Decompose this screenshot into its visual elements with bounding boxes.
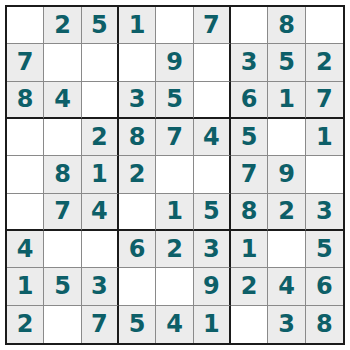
- sudoku-cell-r8c7: 2: [231, 268, 268, 305]
- sudoku-cell-r3c2: 4: [44, 82, 81, 119]
- sudoku-cell-r2c9: 2: [306, 44, 343, 81]
- sudoku-cell-r3c1: 8: [7, 82, 44, 119]
- sudoku-cell-r6c2: 7: [44, 194, 81, 231]
- sudoku-cell-r1c1[interactable]: [7, 7, 44, 44]
- sudoku-cell-r9c7[interactable]: [231, 306, 268, 343]
- sudoku-cell-r4c7: 5: [231, 119, 268, 156]
- sudoku-cell-r6c1[interactable]: [7, 194, 44, 231]
- sudoku-cell-r3c3[interactable]: [82, 82, 119, 119]
- sudoku-cell-r2c4[interactable]: [119, 44, 156, 81]
- sudoku-cell-r9c9: 8: [306, 306, 343, 343]
- sudoku-cell-r5c1[interactable]: [7, 156, 44, 193]
- sudoku-board: 2517879352843561728745181279741582346231…: [5, 5, 345, 345]
- sudoku-cell-r7c4: 6: [119, 231, 156, 268]
- sudoku-cell-r6c8: 2: [268, 194, 305, 231]
- sudoku-cell-r5c4: 2: [119, 156, 156, 193]
- sudoku-cell-r7c9: 5: [306, 231, 343, 268]
- sudoku-cell-r2c5: 9: [156, 44, 193, 81]
- sudoku-cell-r9c2[interactable]: [44, 306, 81, 343]
- sudoku-cell-r3c6[interactable]: [194, 82, 231, 119]
- sudoku-puzzle: 2517879352843561728745181279741582346231…: [5, 5, 345, 345]
- sudoku-cell-r5c2: 8: [44, 156, 81, 193]
- sudoku-cell-r8c2: 5: [44, 268, 81, 305]
- sudoku-cell-r6c7: 8: [231, 194, 268, 231]
- sudoku-cell-r7c1: 4: [7, 231, 44, 268]
- sudoku-cell-r1c6: 7: [194, 7, 231, 44]
- sudoku-cell-r3c9: 7: [306, 82, 343, 119]
- sudoku-cell-r9c8: 3: [268, 306, 305, 343]
- sudoku-cell-r6c9: 3: [306, 194, 343, 231]
- sudoku-cell-r2c7: 3: [231, 44, 268, 81]
- sudoku-cell-r8c3: 3: [82, 268, 119, 305]
- sudoku-cell-r4c1[interactable]: [7, 119, 44, 156]
- sudoku-cell-r7c3[interactable]: [82, 231, 119, 268]
- sudoku-cell-r2c1: 7: [7, 44, 44, 81]
- sudoku-cell-r2c3[interactable]: [82, 44, 119, 81]
- sudoku-cell-r5c3: 1: [82, 156, 119, 193]
- sudoku-cell-r9c1: 2: [7, 306, 44, 343]
- sudoku-cell-r9c6: 1: [194, 306, 231, 343]
- sudoku-cell-r8c5[interactable]: [156, 268, 193, 305]
- sudoku-cell-r8c6: 9: [194, 268, 231, 305]
- sudoku-cell-r4c8[interactable]: [268, 119, 305, 156]
- sudoku-cell-r1c3: 5: [82, 7, 119, 44]
- sudoku-cell-r6c4[interactable]: [119, 194, 156, 231]
- sudoku-cell-r4c2[interactable]: [44, 119, 81, 156]
- sudoku-cell-r2c2[interactable]: [44, 44, 81, 81]
- sudoku-cell-r1c7[interactable]: [231, 7, 268, 44]
- sudoku-cell-r3c7: 6: [231, 82, 268, 119]
- sudoku-cell-r3c4: 3: [119, 82, 156, 119]
- sudoku-cell-r8c9: 6: [306, 268, 343, 305]
- sudoku-cell-r9c5: 4: [156, 306, 193, 343]
- sudoku-cell-r5c5[interactable]: [156, 156, 193, 193]
- sudoku-cell-r7c6: 3: [194, 231, 231, 268]
- sudoku-cell-r7c7: 1: [231, 231, 268, 268]
- sudoku-cell-r4c6: 4: [194, 119, 231, 156]
- sudoku-cell-r9c4: 5: [119, 306, 156, 343]
- sudoku-cell-r3c8: 1: [268, 82, 305, 119]
- sudoku-cell-r5c7: 7: [231, 156, 268, 193]
- sudoku-cell-r4c4: 8: [119, 119, 156, 156]
- sudoku-cell-r1c5[interactable]: [156, 7, 193, 44]
- sudoku-cell-r5c9[interactable]: [306, 156, 343, 193]
- sudoku-cell-r2c8: 5: [268, 44, 305, 81]
- sudoku-cell-r6c3: 4: [82, 194, 119, 231]
- sudoku-cell-r1c8: 8: [268, 7, 305, 44]
- sudoku-cell-r9c3: 7: [82, 306, 119, 343]
- sudoku-cell-r1c9[interactable]: [306, 7, 343, 44]
- sudoku-cell-r4c5: 7: [156, 119, 193, 156]
- sudoku-cell-r6c6: 5: [194, 194, 231, 231]
- sudoku-cell-r8c8: 4: [268, 268, 305, 305]
- sudoku-cell-r2c6[interactable]: [194, 44, 231, 81]
- sudoku-cell-r7c5: 2: [156, 231, 193, 268]
- sudoku-cell-r6c5: 1: [156, 194, 193, 231]
- sudoku-cell-r7c8[interactable]: [268, 231, 305, 268]
- sudoku-cell-r5c8: 9: [268, 156, 305, 193]
- sudoku-cell-r1c2: 2: [44, 7, 81, 44]
- sudoku-cell-r3c5: 5: [156, 82, 193, 119]
- sudoku-cell-r7c2[interactable]: [44, 231, 81, 268]
- sudoku-cell-r5c6[interactable]: [194, 156, 231, 193]
- sudoku-cell-r1c4: 1: [119, 7, 156, 44]
- sudoku-cell-r8c1: 1: [7, 268, 44, 305]
- sudoku-cell-r4c3: 2: [82, 119, 119, 156]
- sudoku-cell-r4c9: 1: [306, 119, 343, 156]
- sudoku-cell-r8c4[interactable]: [119, 268, 156, 305]
